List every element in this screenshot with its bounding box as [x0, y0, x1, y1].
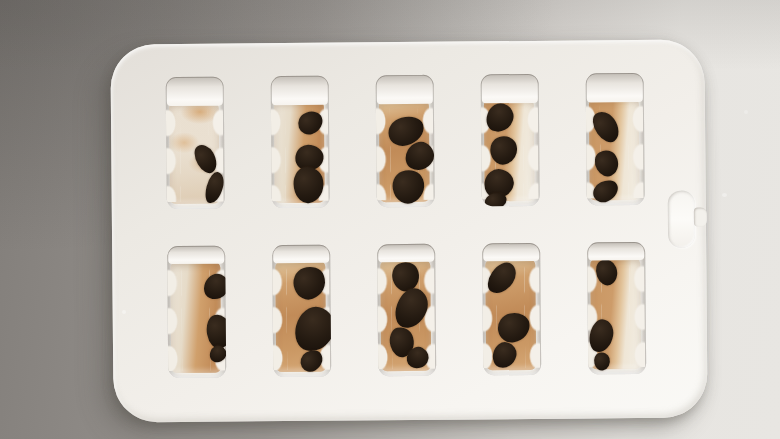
cavity-top-wall — [377, 76, 433, 104]
cavity-top-wall — [167, 78, 223, 106]
cavity-top-wall — [273, 246, 329, 264]
dust-speck — [122, 310, 126, 314]
cavity-top-wall — [587, 74, 643, 102]
cavity-top-wall — [378, 245, 434, 263]
cavity-top-wall — [482, 75, 538, 103]
mold-release-tab — [668, 191, 695, 248]
mold-cavity-r1c2 — [271, 76, 330, 209]
dust-speck — [722, 193, 727, 197]
dust-speck — [744, 110, 748, 114]
mold-cavity-r1c5 — [586, 73, 645, 206]
cavity-top-wall — [483, 244, 539, 262]
cavity-top-wall — [168, 247, 224, 265]
mold-cavity-r2c4 — [482, 243, 541, 376]
cavity-top-wall — [272, 77, 328, 105]
photo-scene — [0, 0, 780, 439]
mold-cavity-r2c1 — [167, 246, 226, 379]
mold-cavity-r1c4 — [481, 74, 540, 207]
mold-cavity-r2c2 — [272, 245, 331, 378]
mold-cavity-r1c3 — [376, 75, 435, 208]
mold-tab-nub — [694, 207, 707, 226]
ice-pop-mold — [110, 39, 707, 422]
mold-cavity-r2c3 — [377, 244, 436, 377]
mold-cavity-r2c5 — [587, 242, 646, 375]
cavity-grid — [110, 39, 707, 422]
cavity-top-wall — [588, 243, 644, 261]
mold-cavity-r1c1 — [166, 77, 225, 210]
